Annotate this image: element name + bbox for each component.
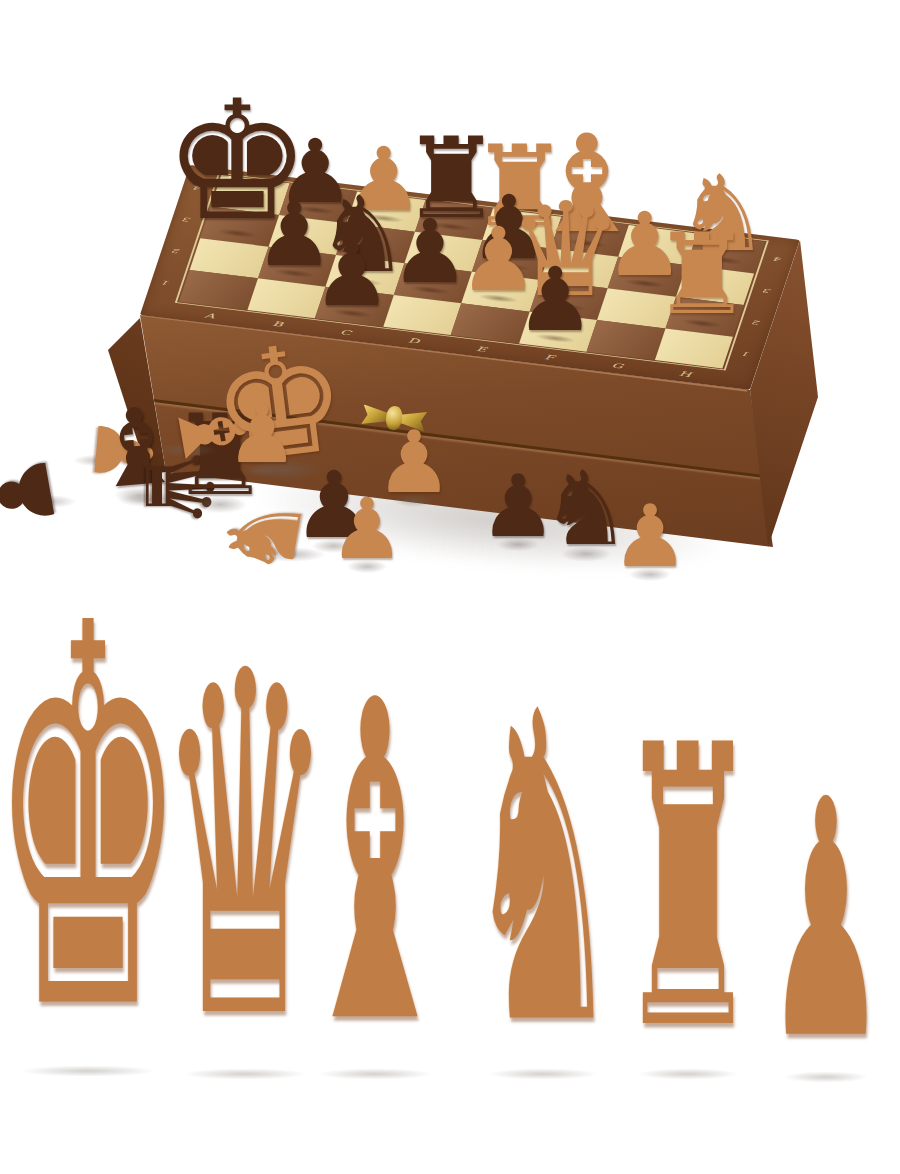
dark-p-glyph: ♟ xyxy=(516,256,595,344)
light-r-glyph: ♜ xyxy=(652,218,752,330)
light-p-glyph: ♟ xyxy=(226,395,298,475)
lineup-knight-glyph: ♞ xyxy=(464,658,622,1084)
file-label-h: H xyxy=(675,369,696,379)
light-p-glyph: ♟ xyxy=(611,493,688,579)
rank-label-left-1: 1 xyxy=(156,279,177,288)
lineup-pawn-glyph: ♟ xyxy=(765,758,886,1085)
file-label-a: A xyxy=(199,311,220,321)
file-label-e: E xyxy=(471,344,492,354)
rank-label-right-4: 4 xyxy=(768,255,789,264)
dark-p-glyph: ♟ xyxy=(312,231,391,319)
rank-label-right-3: 3 xyxy=(757,287,778,296)
file-label-d: D xyxy=(403,336,424,346)
file-label-g: G xyxy=(607,361,628,371)
board-pieces: ♟♟♜♜♝♞♚♟♟♟♞♟♟♛♜♟♟ xyxy=(190,165,800,240)
lineup-bishop-glyph: ♝ xyxy=(294,644,457,1084)
light-p-glyph: ♟ xyxy=(375,419,452,505)
rank-label-right-1: 1 xyxy=(736,350,757,359)
chess-set-photo: ABCDEFGH44332211 ♟♟♜♜♝♞♚♟♟♟♞♟♟♛♜♟♟ ♟♟♝♛♜… xyxy=(0,0,900,1174)
file-label-f: F xyxy=(539,353,560,363)
lineup-rook-glyph: ♜ xyxy=(616,696,759,1083)
dark-p-glyph: ♟ xyxy=(391,208,470,296)
